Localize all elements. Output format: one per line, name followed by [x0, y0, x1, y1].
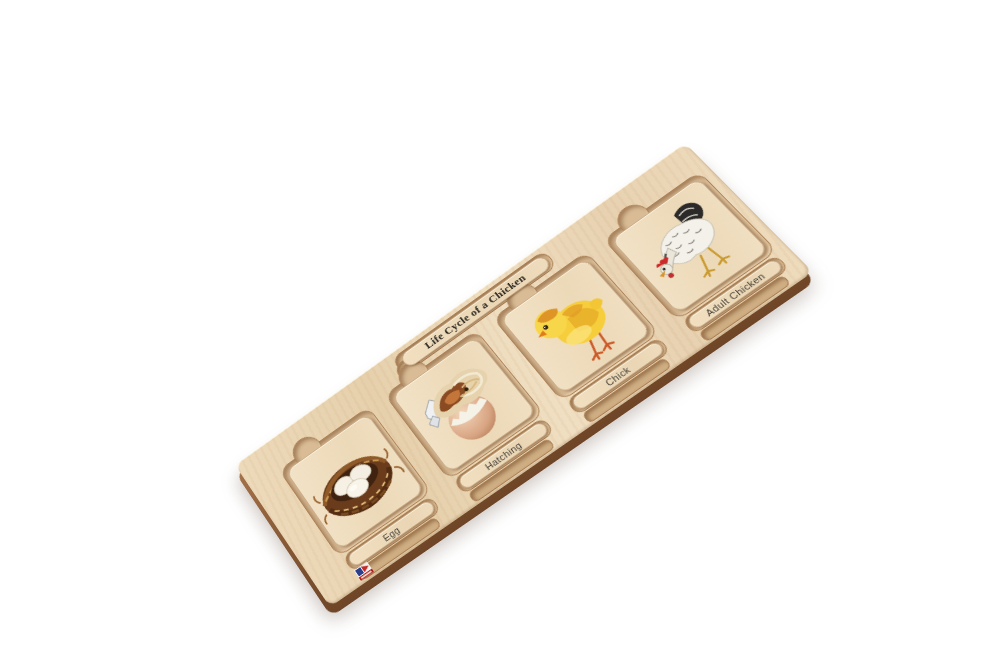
product-photo: Life Cycle of a Chicken: [0, 0, 1000, 667]
puzzle-board: Life Cycle of a Chicken: [235, 143, 813, 607]
puzzle-board-wrap: Life Cycle of a Chicken: [235, 143, 813, 607]
